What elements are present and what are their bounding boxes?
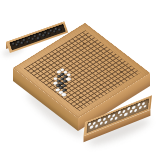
black-tray-stone: [26, 40, 30, 44]
black-tray-stone: [20, 41, 24, 45]
black-tray-stone: [47, 32, 51, 36]
black-tray-stone: [36, 36, 40, 40]
white-tray-stone: [105, 120, 108, 124]
white-tray-stone: [129, 110, 132, 114]
black-tray-stone: [58, 28, 62, 32]
white-stone: [61, 93, 67, 97]
white-tray-stone: [90, 125, 93, 129]
white-tray-stone: [134, 108, 137, 112]
white-tray-stone: [100, 121, 103, 125]
white-tray-stone: [110, 117, 113, 121]
white-tray-stone: [120, 113, 123, 117]
white-tray-stone: [139, 105, 142, 109]
go-set-product-photo: [0, 0, 160, 160]
white-tray-stone: [124, 112, 127, 116]
white-tray-stone: [114, 116, 117, 120]
white-tray-stone: [95, 124, 98, 128]
white-tray-stone: [143, 104, 146, 108]
black-tray-stone: [42, 34, 46, 38]
